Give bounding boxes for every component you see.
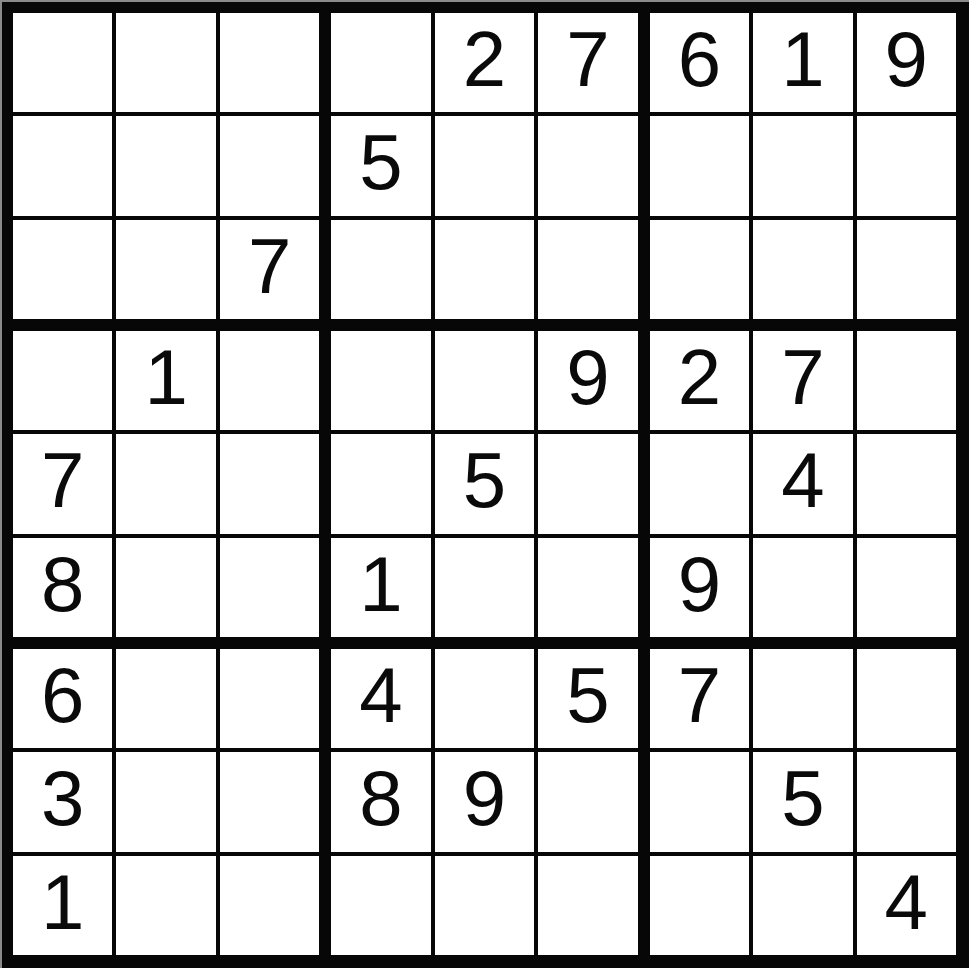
cell-r4c5[interactable] xyxy=(435,331,534,430)
given-digit: 4 xyxy=(885,863,928,941)
given-digit: 7 xyxy=(41,441,84,519)
cell-r1c4[interactable] xyxy=(331,13,430,112)
cell-r8c4[interactable]: 8 xyxy=(331,752,430,851)
cell-r8c2[interactable] xyxy=(116,752,215,851)
cell-r9c9[interactable]: 4 xyxy=(857,856,956,955)
cell-r5c9[interactable] xyxy=(857,434,956,533)
cell-r5c6[interactable] xyxy=(538,434,637,533)
cell-r5c7[interactable] xyxy=(650,434,749,533)
box-1: 7 xyxy=(13,13,319,319)
given-digit: 7 xyxy=(566,20,609,98)
given-digit: 8 xyxy=(41,545,84,623)
given-digit: 1 xyxy=(41,863,84,941)
given-digit: 9 xyxy=(566,338,609,416)
cell-r5c2[interactable] xyxy=(116,434,215,533)
cell-r8c5[interactable]: 9 xyxy=(435,752,534,851)
cell-r9c7[interactable] xyxy=(650,856,749,955)
cell-r1c9[interactable]: 9 xyxy=(857,13,956,112)
cell-r2c2[interactable] xyxy=(116,116,215,215)
cell-r3c3[interactable]: 7 xyxy=(220,220,319,319)
cell-r1c2[interactable] xyxy=(116,13,215,112)
cell-r6c5[interactable] xyxy=(435,538,534,637)
cell-r8c3[interactable] xyxy=(220,752,319,851)
box-5: 951 xyxy=(331,331,637,637)
given-digit: 2 xyxy=(463,20,506,98)
box-7: 631 xyxy=(13,649,319,955)
given-digit: 1 xyxy=(781,20,824,98)
cell-r7c2[interactable] xyxy=(116,649,215,748)
cell-r1c7[interactable]: 6 xyxy=(650,13,749,112)
cell-r5c4[interactable] xyxy=(331,434,430,533)
cell-r2c1[interactable] xyxy=(13,116,112,215)
cell-r2c6[interactable] xyxy=(538,116,637,215)
cell-r1c3[interactable] xyxy=(220,13,319,112)
box-2: 275 xyxy=(331,13,637,319)
given-digit: 9 xyxy=(885,20,928,98)
cell-r2c3[interactable] xyxy=(220,116,319,215)
cell-r3c9[interactable] xyxy=(857,220,956,319)
given-digit: 5 xyxy=(359,123,402,201)
given-digit: 9 xyxy=(678,545,721,623)
given-digit: 1 xyxy=(144,338,187,416)
box-4: 178 xyxy=(13,331,319,637)
cell-r5c3[interactable] xyxy=(220,434,319,533)
cell-r8c6[interactable] xyxy=(538,752,637,851)
given-digit: 6 xyxy=(41,656,84,734)
cell-r7c7[interactable]: 7 xyxy=(650,649,749,748)
cell-r4c7[interactable]: 2 xyxy=(650,331,749,430)
given-digit: 8 xyxy=(359,759,402,837)
cell-r4c9[interactable] xyxy=(857,331,956,430)
cell-r9c8[interactable] xyxy=(753,856,852,955)
cell-r6c4[interactable]: 1 xyxy=(331,538,430,637)
cell-r7c9[interactable] xyxy=(857,649,956,748)
cell-r7c4[interactable]: 4 xyxy=(331,649,430,748)
cell-r1c1[interactable] xyxy=(13,13,112,112)
cell-r1c8[interactable]: 1 xyxy=(753,13,852,112)
cell-r2c4[interactable]: 5 xyxy=(331,116,430,215)
cell-r2c9[interactable] xyxy=(857,116,956,215)
cell-r2c5[interactable] xyxy=(435,116,534,215)
cell-r4c6[interactable]: 9 xyxy=(538,331,637,430)
sudoku-board: 727561917895127496314589754 xyxy=(0,0,969,968)
box-6: 2749 xyxy=(650,331,956,637)
cell-r6c6[interactable] xyxy=(538,538,637,637)
cell-r3c6[interactable] xyxy=(538,220,637,319)
cell-r7c5[interactable] xyxy=(435,649,534,748)
given-digit: 5 xyxy=(463,441,506,519)
box-8: 4589 xyxy=(331,649,637,955)
given-digit: 7 xyxy=(678,656,721,734)
cell-r4c4[interactable] xyxy=(331,331,430,430)
cell-r8c9[interactable] xyxy=(857,752,956,851)
cell-r7c3[interactable] xyxy=(220,649,319,748)
cell-r3c2[interactable] xyxy=(116,220,215,319)
cell-r9c2[interactable] xyxy=(116,856,215,955)
cell-r1c6[interactable]: 7 xyxy=(538,13,637,112)
given-digit: 4 xyxy=(359,656,402,734)
cell-r5c1[interactable]: 7 xyxy=(13,434,112,533)
cell-r3c7[interactable] xyxy=(650,220,749,319)
cell-r8c8[interactable]: 5 xyxy=(753,752,852,851)
given-digit: 9 xyxy=(463,759,506,837)
cell-r9c5[interactable] xyxy=(435,856,534,955)
cell-r4c8[interactable]: 7 xyxy=(753,331,852,430)
cell-r6c7[interactable]: 9 xyxy=(650,538,749,637)
cell-r5c5[interactable]: 5 xyxy=(435,434,534,533)
cell-r1c5[interactable]: 2 xyxy=(435,13,534,112)
cell-r7c1[interactable]: 6 xyxy=(13,649,112,748)
cell-r3c8[interactable] xyxy=(753,220,852,319)
cell-r6c2[interactable] xyxy=(116,538,215,637)
box-3: 619 xyxy=(650,13,956,319)
cell-r3c5[interactable] xyxy=(435,220,534,319)
given-digit: 3 xyxy=(41,759,84,837)
cell-r9c1[interactable]: 1 xyxy=(13,856,112,955)
cell-r9c6[interactable] xyxy=(538,856,637,955)
cell-r6c3[interactable] xyxy=(220,538,319,637)
cell-r7c6[interactable]: 5 xyxy=(538,649,637,748)
cell-r9c3[interactable] xyxy=(220,856,319,955)
cell-r7c8[interactable] xyxy=(753,649,852,748)
cell-r6c1[interactable]: 8 xyxy=(13,538,112,637)
cell-r8c7[interactable] xyxy=(650,752,749,851)
given-digit: 7 xyxy=(248,227,291,305)
cell-r6c9[interactable] xyxy=(857,538,956,637)
cell-r3c4[interactable] xyxy=(331,220,430,319)
cell-r9c4[interactable] xyxy=(331,856,430,955)
given-digit: 5 xyxy=(781,759,824,837)
given-digit: 1 xyxy=(359,545,402,623)
given-digit: 5 xyxy=(566,656,609,734)
box-9: 754 xyxy=(650,649,956,955)
cell-r2c8[interactable] xyxy=(753,116,852,215)
cell-r8c1[interactable]: 3 xyxy=(13,752,112,851)
cell-r4c2[interactable]: 1 xyxy=(116,331,215,430)
given-digit: 6 xyxy=(678,20,721,98)
cell-r4c1[interactable] xyxy=(13,331,112,430)
given-digit: 7 xyxy=(781,338,824,416)
cell-r5c8[interactable]: 4 xyxy=(753,434,852,533)
cell-r6c8[interactable] xyxy=(753,538,852,637)
cell-r4c3[interactable] xyxy=(220,331,319,430)
given-digit: 2 xyxy=(678,338,721,416)
given-digit: 4 xyxy=(781,441,824,519)
cell-r2c7[interactable] xyxy=(650,116,749,215)
cell-r3c1[interactable] xyxy=(13,220,112,319)
